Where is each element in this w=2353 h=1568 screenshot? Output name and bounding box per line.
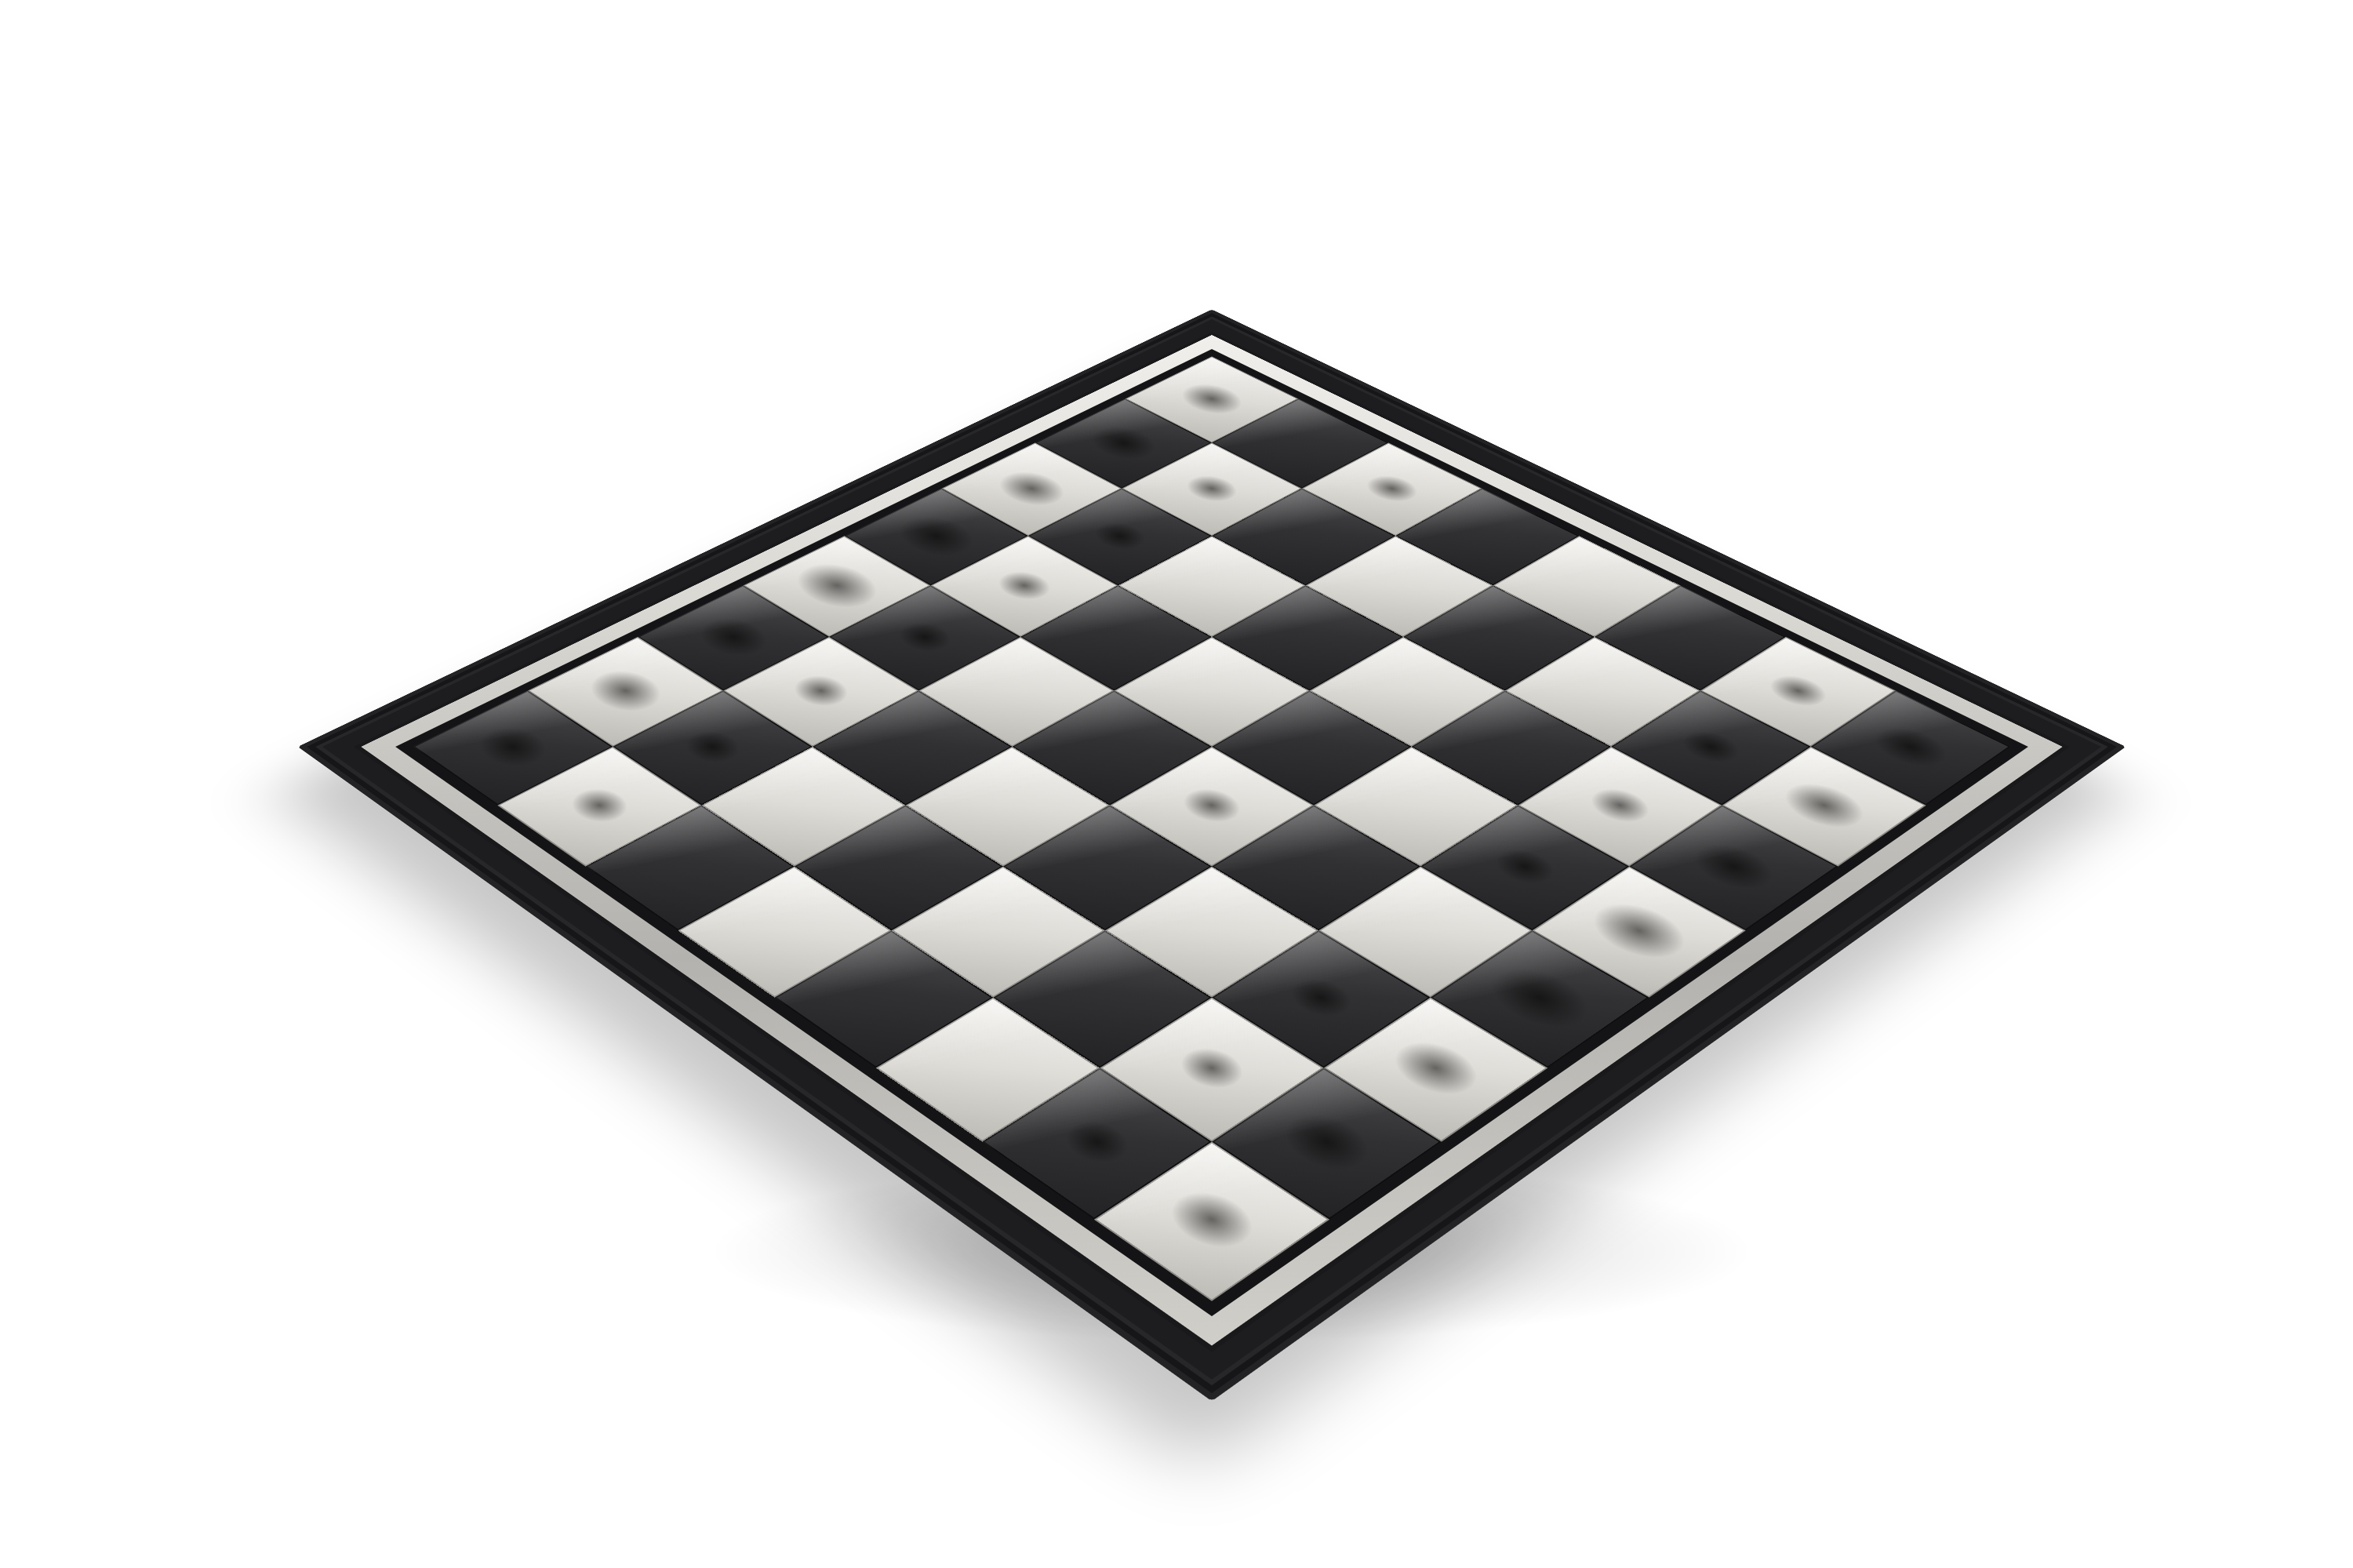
black-rook-glyph: ♜	[1112, 1010, 1311, 1232]
board-grid: ♜♟♟♜♞♟♟♞♝♟♟♝♛♟♟♛♚♟♟♚♝♟♟♝♞♟♟♞♜♟♟♜	[413, 356, 2010, 1301]
chess-board: ♜♟♟♜♞♟♟♞♝♟♟♝♛♟♟♛♚♟♟♚♝♟♟♝♞♟♟♞♜♟♟♜	[413, 356, 2010, 1301]
white-pawn-glyph: ♟	[528, 656, 671, 816]
black-pawn-glyph: ♟	[1140, 656, 1283, 816]
white-pawn-glyph: ♟	[1329, 357, 1456, 498]
